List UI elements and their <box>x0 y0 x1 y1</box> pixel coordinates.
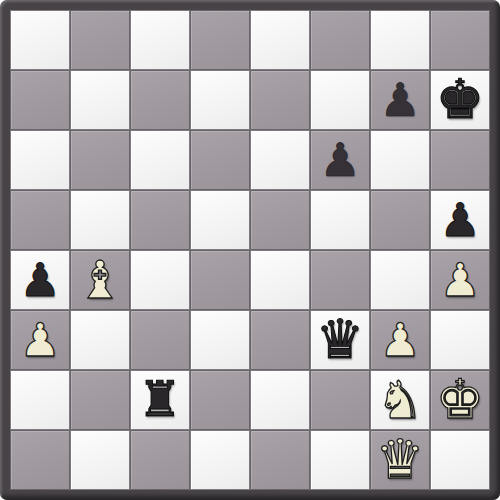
square-g1[interactable]: ♛ <box>370 430 430 490</box>
square-d1[interactable] <box>190 430 250 490</box>
square-g2[interactable]: ♞ <box>370 370 430 430</box>
square-d8[interactable] <box>190 10 250 70</box>
square-c6[interactable] <box>130 130 190 190</box>
white-pawn-piece[interactable]: ♟ <box>439 251 480 309</box>
square-f8[interactable] <box>310 10 370 70</box>
square-e5[interactable] <box>250 190 310 250</box>
square-c8[interactable] <box>130 10 190 70</box>
square-a8[interactable] <box>10 10 70 70</box>
square-f1[interactable] <box>310 430 370 490</box>
square-h6[interactable] <box>430 130 490 190</box>
black-pawn-piece[interactable]: ♟ <box>439 191 480 249</box>
square-a6[interactable] <box>10 130 70 190</box>
square-e6[interactable] <box>250 130 310 190</box>
black-king-piece[interactable]: ♚ <box>436 71 484 129</box>
square-e1[interactable] <box>250 430 310 490</box>
square-a2[interactable] <box>10 370 70 430</box>
white-knight-piece[interactable]: ♞ <box>377 371 424 429</box>
black-pawn-piece[interactable]: ♟ <box>319 131 360 189</box>
square-c4[interactable] <box>130 250 190 310</box>
square-d7[interactable] <box>190 70 250 130</box>
square-a7[interactable] <box>10 70 70 130</box>
square-h4[interactable]: ♟ <box>430 250 490 310</box>
chess-board[interactable]: ♟♚♟♟♟♝♟♟♛♟♜♞♚♛ <box>10 10 490 490</box>
square-b8[interactable] <box>70 10 130 70</box>
white-queen-piece[interactable]: ♛ <box>376 431 424 489</box>
square-b1[interactable] <box>70 430 130 490</box>
black-rook-piece[interactable]: ♜ <box>138 371 182 429</box>
square-f3[interactable]: ♛ <box>310 310 370 370</box>
square-a5[interactable] <box>10 190 70 250</box>
square-h3[interactable] <box>430 310 490 370</box>
square-b6[interactable] <box>70 130 130 190</box>
square-b7[interactable] <box>70 70 130 130</box>
square-f7[interactable] <box>310 70 370 130</box>
square-g3[interactable]: ♟ <box>370 310 430 370</box>
square-f6[interactable]: ♟ <box>310 130 370 190</box>
square-h2[interactable]: ♚ <box>430 370 490 430</box>
square-g4[interactable] <box>370 250 430 310</box>
square-c7[interactable] <box>130 70 190 130</box>
square-e7[interactable] <box>250 70 310 130</box>
black-queen-piece[interactable]: ♛ <box>316 311 364 369</box>
square-c5[interactable] <box>130 190 190 250</box>
square-e2[interactable] <box>250 370 310 430</box>
square-b5[interactable] <box>70 190 130 250</box>
square-d2[interactable] <box>190 370 250 430</box>
square-e8[interactable] <box>250 10 310 70</box>
black-pawn-piece[interactable]: ♟ <box>379 71 420 129</box>
square-g5[interactable] <box>370 190 430 250</box>
square-b2[interactable] <box>70 370 130 430</box>
square-h7[interactable]: ♚ <box>430 70 490 130</box>
square-a4[interactable]: ♟ <box>10 250 70 310</box>
square-f4[interactable] <box>310 250 370 310</box>
square-b3[interactable] <box>70 310 130 370</box>
square-c2[interactable]: ♜ <box>130 370 190 430</box>
square-g8[interactable] <box>370 10 430 70</box>
square-e3[interactable] <box>250 310 310 370</box>
square-g6[interactable] <box>370 130 430 190</box>
square-c3[interactable] <box>130 310 190 370</box>
square-d6[interactable] <box>190 130 250 190</box>
white-king-piece[interactable]: ♚ <box>436 371 484 429</box>
square-g7[interactable]: ♟ <box>370 70 430 130</box>
square-b4[interactable]: ♝ <box>70 250 130 310</box>
square-c1[interactable] <box>130 430 190 490</box>
square-h5[interactable]: ♟ <box>430 190 490 250</box>
white-pawn-piece[interactable]: ♟ <box>379 311 420 369</box>
square-h1[interactable] <box>430 430 490 490</box>
square-a1[interactable] <box>10 430 70 490</box>
square-f2[interactable] <box>310 370 370 430</box>
square-h8[interactable] <box>430 10 490 70</box>
square-d3[interactable] <box>190 310 250 370</box>
board-frame: ♟♚♟♟♟♝♟♟♛♟♜♞♚♛ <box>0 0 500 500</box>
square-d5[interactable] <box>190 190 250 250</box>
square-d4[interactable] <box>190 250 250 310</box>
square-f5[interactable] <box>310 190 370 250</box>
square-a3[interactable]: ♟ <box>10 310 70 370</box>
black-pawn-piece[interactable]: ♟ <box>19 251 60 309</box>
white-bishop-piece[interactable]: ♝ <box>77 251 124 309</box>
square-e4[interactable] <box>250 250 310 310</box>
white-pawn-piece[interactable]: ♟ <box>19 311 60 369</box>
